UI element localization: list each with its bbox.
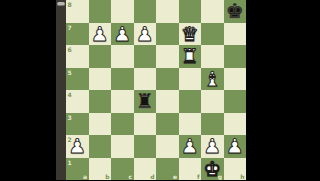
square-e6[interactable] xyxy=(156,45,179,68)
rank-label-6: 6 xyxy=(68,46,72,53)
rank-label-7: 7 xyxy=(68,24,72,31)
square-h5[interactable] xyxy=(224,68,247,91)
square-g5[interactable]: ♝ xyxy=(201,68,224,91)
file-label-h: h xyxy=(240,173,244,180)
square-f5[interactable] xyxy=(179,68,202,91)
square-a1[interactable]: 1a xyxy=(66,158,89,181)
piece-white-queen[interactable]: ♛ xyxy=(181,22,199,45)
right-letterbox xyxy=(246,0,320,180)
chess-board: 8♚7♟♟♟♛6♜5♝4♜32♟♟♟♟1abcdefg♚h xyxy=(66,0,246,180)
rank-label-3: 3 xyxy=(68,114,72,121)
square-g3[interactable] xyxy=(201,113,224,136)
square-b5[interactable] xyxy=(89,68,112,91)
square-b2[interactable] xyxy=(89,135,112,158)
square-d2[interactable] xyxy=(134,135,157,158)
square-h6[interactable] xyxy=(224,45,247,68)
piece-white-pawn[interactable]: ♟ xyxy=(226,135,244,158)
square-e1[interactable]: e xyxy=(156,158,179,181)
square-h4[interactable] xyxy=(224,90,247,113)
piece-white-pawn[interactable]: ♟ xyxy=(136,22,154,45)
piece-white-pawn[interactable]: ♟ xyxy=(68,135,86,158)
piece-black-rook[interactable]: ♜ xyxy=(136,90,154,113)
square-h8[interactable]: ♚ xyxy=(224,0,247,23)
file-label-b: b xyxy=(105,173,109,180)
square-c2[interactable] xyxy=(111,135,134,158)
square-b7[interactable]: ♟ xyxy=(89,23,112,46)
square-d5[interactable] xyxy=(134,68,157,91)
square-f8[interactable] xyxy=(179,0,202,23)
square-a5[interactable]: 5 xyxy=(66,68,89,91)
square-d4[interactable]: ♜ xyxy=(134,90,157,113)
square-g1[interactable]: g♚ xyxy=(201,158,224,181)
panel-handle-icon[interactable] xyxy=(57,2,65,6)
square-e3[interactable] xyxy=(156,113,179,136)
square-c7[interactable]: ♟ xyxy=(111,23,134,46)
square-c4[interactable] xyxy=(111,90,134,113)
file-label-c: c xyxy=(128,173,132,180)
square-f3[interactable] xyxy=(179,113,202,136)
rank-label-5: 5 xyxy=(68,69,72,76)
square-c8[interactable] xyxy=(111,0,134,23)
square-h3[interactable] xyxy=(224,113,247,136)
square-a3[interactable]: 3 xyxy=(66,113,89,136)
square-h7[interactable] xyxy=(224,23,247,46)
square-e7[interactable] xyxy=(156,23,179,46)
square-g8[interactable] xyxy=(201,0,224,23)
piece-white-king[interactable]: ♚ xyxy=(203,157,221,180)
side-rail xyxy=(56,0,66,180)
square-d1[interactable]: d xyxy=(134,158,157,181)
piece-white-bishop[interactable]: ♝ xyxy=(203,67,221,90)
piece-white-pawn[interactable]: ♟ xyxy=(91,22,109,45)
square-g4[interactable] xyxy=(201,90,224,113)
square-a2[interactable]: 2♟ xyxy=(66,135,89,158)
square-f2[interactable]: ♟ xyxy=(179,135,202,158)
rank-label-4: 4 xyxy=(68,91,72,98)
square-a6[interactable]: 6 xyxy=(66,45,89,68)
square-e8[interactable] xyxy=(156,0,179,23)
square-g6[interactable] xyxy=(201,45,224,68)
file-label-a: a xyxy=(83,173,87,180)
file-label-f: f xyxy=(197,173,200,180)
piece-white-pawn[interactable]: ♟ xyxy=(181,135,199,158)
square-a8[interactable]: 8 xyxy=(66,0,89,23)
square-d3[interactable] xyxy=(134,113,157,136)
square-c3[interactable] xyxy=(111,113,134,136)
square-h1[interactable]: h xyxy=(224,158,247,181)
piece-white-pawn[interactable]: ♟ xyxy=(203,135,221,158)
left-letterbox xyxy=(0,0,56,180)
square-d7[interactable]: ♟ xyxy=(134,23,157,46)
square-e4[interactable] xyxy=(156,90,179,113)
square-c5[interactable] xyxy=(111,68,134,91)
piece-white-pawn[interactable]: ♟ xyxy=(113,22,131,45)
rank-label-1: 1 xyxy=(68,159,72,166)
square-f4[interactable] xyxy=(179,90,202,113)
app-window: 8♚7♟♟♟♛6♜5♝4♜32♟♟♟♟1abcdefg♚h xyxy=(0,0,320,180)
square-g2[interactable]: ♟ xyxy=(201,135,224,158)
file-label-e: e xyxy=(173,173,177,180)
square-b4[interactable] xyxy=(89,90,112,113)
square-g7[interactable] xyxy=(201,23,224,46)
piece-black-king[interactable]: ♚ xyxy=(226,0,244,22)
square-a7[interactable]: 7 xyxy=(66,23,89,46)
square-b3[interactable] xyxy=(89,113,112,136)
square-e2[interactable] xyxy=(156,135,179,158)
rank-label-8: 8 xyxy=(68,1,72,8)
square-b8[interactable] xyxy=(89,0,112,23)
square-c6[interactable] xyxy=(111,45,134,68)
square-e5[interactable] xyxy=(156,68,179,91)
square-d8[interactable] xyxy=(134,0,157,23)
square-f1[interactable]: f xyxy=(179,158,202,181)
square-b6[interactable] xyxy=(89,45,112,68)
square-d6[interactable] xyxy=(134,45,157,68)
piece-white-rook[interactable]: ♜ xyxy=(181,45,199,68)
square-f6[interactable]: ♜ xyxy=(179,45,202,68)
square-h2[interactable]: ♟ xyxy=(224,135,247,158)
square-b1[interactable]: b xyxy=(89,158,112,181)
square-f7[interactable]: ♛ xyxy=(179,23,202,46)
square-c1[interactable]: c xyxy=(111,158,134,181)
square-a4[interactable]: 4 xyxy=(66,90,89,113)
file-label-d: d xyxy=(150,173,154,180)
